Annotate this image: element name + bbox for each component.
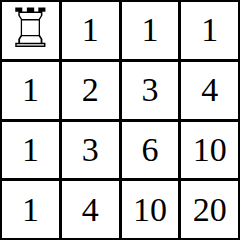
cell-r1c1[interactable]: 2 — [62, 62, 119, 119]
cell-r0c2[interactable]: 1 — [122, 2, 179, 59]
cell-r2c3[interactable]: 10 — [181, 122, 238, 179]
cell-r3c3[interactable]: 20 — [181, 181, 238, 238]
rook-paths-board: ♖ 1 1 1 1 2 3 4 1 3 6 10 1 4 10 20 — [0, 0, 240, 240]
cell-r1c0[interactable]: 1 — [2, 62, 59, 119]
cell-r3c2[interactable]: 10 — [122, 181, 179, 238]
cell-r0c3[interactable]: 1 — [181, 2, 238, 59]
cell-r2c2[interactable]: 6 — [122, 122, 179, 179]
cell-r2c0[interactable]: 1 — [2, 122, 59, 179]
cell-r1c3[interactable]: 4 — [181, 62, 238, 119]
cell-r3c1[interactable]: 4 — [62, 181, 119, 238]
cell-r1c2[interactable]: 3 — [122, 62, 179, 119]
cell-r0c0-white-rook-icon[interactable]: ♖ — [2, 2, 59, 59]
cell-r3c0[interactable]: 1 — [2, 181, 59, 238]
cell-r0c1[interactable]: 1 — [62, 2, 119, 59]
cell-r2c1[interactable]: 3 — [62, 122, 119, 179]
